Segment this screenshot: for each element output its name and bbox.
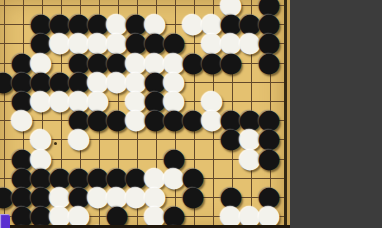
black-stone[interactable]: ● [183,186,203,206]
screenshot-root: ●●●●●●●●●●●●●●●●●●●●●●●●●●●●●●●●●●●●●●●●… [0,0,382,228]
go-board[interactable]: ●●●●●●●●●●●●●●●●●●●●●●●●●●●●●●●●●●●●●●●●… [0,0,284,228]
white-stone[interactable]: ● [69,128,89,148]
black-stone[interactable]: ● [259,52,279,72]
purple-corner-widget[interactable] [0,214,10,228]
star-point [54,142,57,145]
white-stone[interactable]: ● [259,205,279,225]
bottom-crop-strip [0,225,290,228]
black-stone[interactable]: ● [221,52,241,72]
side-panel-background [290,0,382,228]
black-stone[interactable]: ● [107,205,127,225]
black-stone[interactable]: ● [259,148,279,168]
